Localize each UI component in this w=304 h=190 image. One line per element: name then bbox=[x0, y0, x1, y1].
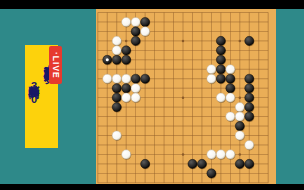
black-stone bbox=[112, 84, 121, 93]
black-stone bbox=[235, 121, 244, 130]
white-stone bbox=[131, 93, 140, 102]
white-stone bbox=[235, 131, 244, 140]
go-board-svg bbox=[96, 9, 276, 184]
white-stone bbox=[131, 17, 140, 26]
black-stone bbox=[216, 46, 225, 55]
black-stone bbox=[207, 169, 216, 178]
black-stone bbox=[112, 103, 121, 112]
black-stone bbox=[197, 159, 206, 168]
star-point bbox=[182, 96, 185, 99]
star-point bbox=[239, 40, 242, 43]
white-stone bbox=[226, 93, 235, 102]
white-stone bbox=[207, 65, 216, 74]
black-stone bbox=[245, 36, 254, 45]
black-stone bbox=[141, 159, 150, 168]
letterbox-top bbox=[0, 0, 304, 9]
white-stone bbox=[235, 103, 244, 112]
black-stone bbox=[141, 17, 150, 26]
black-stone bbox=[216, 74, 225, 83]
black-stone bbox=[226, 84, 235, 93]
white-stone bbox=[141, 27, 150, 36]
black-stone bbox=[245, 84, 254, 93]
white-stone bbox=[122, 93, 131, 102]
letterbox-bottom bbox=[0, 184, 304, 190]
white-stone bbox=[207, 74, 216, 83]
black-stone bbox=[245, 112, 254, 121]
black-stone bbox=[122, 46, 131, 55]
black-stone bbox=[245, 93, 254, 102]
white-stone bbox=[122, 74, 131, 83]
stream-frame: { "game": "go (weiqi)", "board_size": 19… bbox=[0, 0, 304, 190]
star-point bbox=[182, 153, 185, 156]
live-badge: ·LIVE bbox=[49, 46, 62, 84]
black-stone bbox=[112, 93, 121, 102]
white-stone bbox=[122, 17, 131, 26]
black-stone bbox=[131, 74, 140, 83]
black-stone bbox=[216, 65, 225, 74]
white-stone bbox=[226, 112, 235, 121]
white-stone bbox=[235, 112, 244, 121]
black-stone bbox=[235, 159, 244, 168]
black-stone bbox=[245, 103, 254, 112]
star-point bbox=[125, 40, 128, 43]
black-stone bbox=[216, 36, 225, 45]
black-stone bbox=[141, 74, 150, 83]
black-stone bbox=[245, 159, 254, 168]
white-stone bbox=[245, 140, 254, 149]
white-stone bbox=[112, 74, 121, 83]
black-stone bbox=[245, 74, 254, 83]
white-stone bbox=[226, 150, 235, 159]
star-point bbox=[239, 96, 242, 99]
white-stone bbox=[216, 150, 225, 159]
white-stone bbox=[122, 150, 131, 159]
white-stone bbox=[207, 150, 216, 159]
white-stone bbox=[131, 84, 140, 93]
white-stone bbox=[112, 36, 121, 45]
white-stone bbox=[112, 131, 121, 140]
black-stone bbox=[112, 55, 121, 64]
go-board[interactable] bbox=[96, 9, 276, 184]
star-point bbox=[182, 40, 185, 43]
white-stone bbox=[226, 65, 235, 74]
white-stone bbox=[103, 74, 112, 83]
black-stone bbox=[122, 84, 131, 93]
black-stone bbox=[226, 74, 235, 83]
star-point bbox=[239, 153, 242, 156]
black-stone bbox=[122, 55, 131, 64]
white-stone bbox=[112, 46, 121, 55]
black-stone bbox=[216, 55, 225, 64]
black-stone bbox=[131, 36, 140, 45]
last-move-marker bbox=[106, 58, 109, 61]
black-stone bbox=[188, 159, 197, 168]
black-stone bbox=[131, 27, 140, 36]
white-stone bbox=[216, 93, 225, 102]
banner-subtitle-text: 精彩瞬间30 bbox=[28, 76, 39, 106]
live-badge-text: ·LIVE bbox=[51, 52, 60, 79]
